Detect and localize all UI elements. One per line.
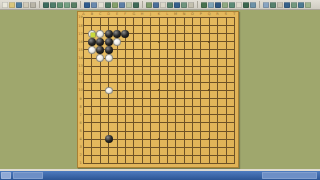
prev-move-icon[interactable]: [98, 2, 104, 8]
stone-white-C17[interactable]: [96, 30, 104, 38]
stone-black-B16[interactable]: [88, 38, 96, 46]
stones-grid: [79, 13, 238, 167]
stone-white-C14[interactable]: [96, 54, 104, 62]
sound-icon[interactable]: [277, 2, 283, 8]
exit-icon[interactable]: [305, 2, 311, 8]
coords-icon[interactable]: [250, 2, 256, 8]
search-icon[interactable]: [71, 2, 77, 8]
toolbar-separator: [80, 1, 81, 8]
hoshi-point: [158, 41, 160, 43]
pass-icon[interactable]: [201, 2, 207, 8]
play-black-icon[interactable]: [146, 2, 152, 8]
stone-white-D10[interactable]: [105, 87, 113, 95]
stone-black-C15[interactable]: [96, 46, 104, 54]
prev-10-icon[interactable]: [91, 2, 97, 8]
zoom-icon[interactable]: [229, 2, 235, 8]
print-icon[interactable]: [23, 2, 29, 8]
numbers-icon[interactable]: [243, 2, 249, 8]
hoshi-point: [158, 89, 160, 91]
next-10-icon[interactable]: [112, 2, 118, 8]
palette-icon[interactable]: [270, 2, 276, 8]
toolbar-separator: [142, 1, 143, 8]
workspace: ABCDEFGHJKLMNOPQRST 19181716151413121110…: [0, 10, 320, 169]
count-icon[interactable]: [208, 2, 214, 8]
square-mark-icon[interactable]: [174, 2, 180, 8]
label-mark-icon[interactable]: [188, 2, 194, 8]
rotate-icon[interactable]: [215, 2, 221, 8]
stone-black-D15[interactable]: [105, 46, 113, 54]
grid-icon[interactable]: [236, 2, 242, 8]
taskbar-button[interactable]: [262, 172, 317, 179]
open-file-icon[interactable]: [9, 2, 15, 8]
about-icon[interactable]: [298, 2, 304, 8]
board-view-icon[interactable]: [43, 2, 49, 8]
stone-black-E17[interactable]: [113, 30, 121, 38]
save-file-icon[interactable]: [16, 2, 22, 8]
stone-black-C16[interactable]: [96, 38, 104, 46]
stone-white-B17[interactable]: [88, 30, 96, 38]
stone-white-E16[interactable]: [113, 38, 121, 46]
stone-white-B15[interactable]: [88, 46, 96, 54]
toolbar-separator: [39, 1, 40, 8]
stone-black-D17[interactable]: [105, 30, 113, 38]
new-file-icon[interactable]: [2, 2, 8, 8]
last-move-icon[interactable]: [119, 2, 125, 8]
hoshi-point: [208, 41, 210, 43]
stone-white-D14[interactable]: [105, 54, 113, 62]
info-icon[interactable]: [57, 2, 63, 8]
next-variation-icon[interactable]: [133, 2, 139, 8]
erase-stone-icon[interactable]: [160, 2, 166, 8]
play-white-icon[interactable]: [153, 2, 159, 8]
clock-icon[interactable]: [284, 2, 290, 8]
toolbar: [0, 0, 320, 10]
options-icon[interactable]: [263, 2, 269, 8]
taskbar-button[interactable]: [1, 172, 11, 179]
triangle-mark-icon[interactable]: [167, 2, 173, 8]
taskbar: [0, 171, 320, 180]
taskbar-button[interactable]: [13, 172, 43, 179]
first-move-icon[interactable]: [84, 2, 90, 8]
tree-view-icon[interactable]: [50, 2, 56, 8]
copy-icon[interactable]: [30, 2, 36, 8]
go-board[interactable]: ABCDEFGHJKLMNOPQRST 19181716151413121110…: [77, 11, 239, 168]
mirror-icon[interactable]: [222, 2, 228, 8]
help-icon[interactable]: [291, 2, 297, 8]
hoshi-point: [158, 138, 160, 140]
stone-black-D16[interactable]: [105, 38, 113, 46]
hoshi-point: [208, 89, 210, 91]
circle-mark-icon[interactable]: [181, 2, 187, 8]
next-move-icon[interactable]: [105, 2, 111, 8]
toolbar-separator: [259, 1, 260, 8]
stone-black-D4[interactable]: [105, 135, 113, 143]
last-move-marker: [91, 33, 95, 37]
comment-icon[interactable]: [64, 2, 70, 8]
toolbar-separator: [197, 1, 198, 8]
prev-variation-icon[interactable]: [126, 2, 132, 8]
stone-black-F17[interactable]: [121, 30, 129, 38]
hoshi-point: [208, 138, 210, 140]
